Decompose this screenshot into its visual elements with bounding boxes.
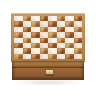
brass-clasp: [45, 69, 54, 75]
product-photo: [0, 0, 96, 96]
board-square: [14, 54, 23, 59]
board-lid: [11, 13, 85, 62]
board-square: [48, 54, 57, 59]
board-square: [65, 54, 74, 59]
game-board: [14, 16, 82, 59]
board-square: [40, 54, 49, 59]
board-square: [31, 54, 40, 59]
board-square: [57, 54, 66, 59]
board-square: [74, 54, 83, 59]
board-square: [23, 54, 32, 59]
box-shadow: [13, 80, 83, 85]
